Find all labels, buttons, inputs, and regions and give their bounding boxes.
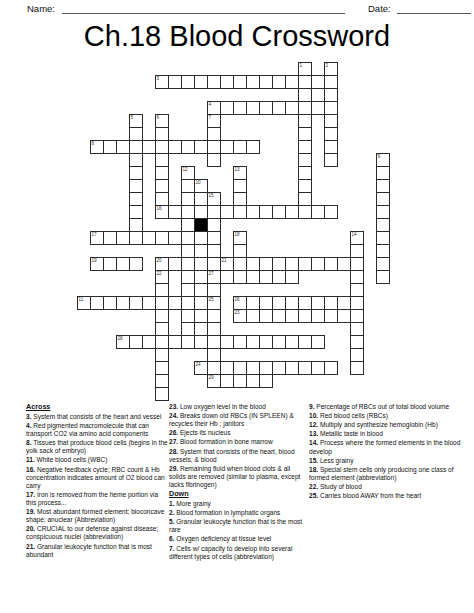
answer-cell[interactable] (311, 205, 325, 219)
answer-cell[interactable] (350, 335, 364, 349)
answer-cell[interactable] (298, 361, 312, 375)
answer-cell[interactable] (207, 75, 221, 89)
answer-cell[interactable] (194, 75, 208, 89)
answer-cell[interactable] (194, 192, 208, 206)
answer-cell[interactable] (155, 153, 169, 167)
clue-item: 1. More grainy (169, 500, 308, 508)
answer-cell[interactable] (194, 231, 208, 245)
answer-cell[interactable] (207, 140, 221, 154)
answer-cell[interactable] (246, 296, 260, 310)
answer-cell[interactable] (324, 153, 338, 167)
answer-cell[interactable] (181, 75, 195, 89)
answer-cell[interactable] (207, 257, 221, 271)
answer-cell[interactable] (129, 218, 143, 232)
answer-cell[interactable] (207, 205, 221, 219)
answer-cell[interactable] (155, 283, 169, 297)
answer-cell[interactable] (155, 296, 169, 310)
answer-cell[interactable] (324, 361, 338, 375)
answer-cell[interactable] (155, 127, 169, 141)
answer-cell[interactable] (129, 179, 143, 193)
answer-cell[interactable] (272, 361, 286, 375)
answer-cell[interactable] (142, 140, 156, 154)
answer-cell[interactable] (168, 75, 182, 89)
clue-item: 3. System that consists of the heart and… (26, 413, 169, 421)
answer-cell[interactable] (129, 335, 143, 349)
answer-cell[interactable] (168, 335, 182, 349)
answer-cell[interactable] (207, 283, 221, 297)
answer-cell[interactable] (194, 140, 208, 154)
clue-item: 4. Red pigmented macromolecule that can … (26, 422, 169, 438)
answer-cell[interactable] (194, 361, 208, 375)
answer-cell[interactable] (298, 309, 312, 323)
answer-cell[interactable] (181, 205, 195, 219)
answer-cell[interactable] (129, 257, 143, 271)
answer-cell[interactable] (207, 153, 221, 167)
answer-cell[interactable] (168, 296, 182, 310)
answer-cell[interactable] (155, 166, 169, 180)
answer-cell[interactable] (207, 374, 221, 388)
clue-item: 2. Blood formation in lymphatic organs (169, 509, 308, 517)
answer-cell[interactable] (350, 309, 364, 323)
answer-cell[interactable] (233, 231, 247, 245)
answer-cell[interactable] (207, 101, 221, 115)
answer-cell[interactable] (181, 322, 195, 336)
answer-cell[interactable] (194, 270, 208, 284)
answer-cell[interactable] (259, 101, 273, 115)
answer-cell[interactable] (376, 231, 390, 245)
answer-cell[interactable] (103, 257, 117, 271)
answer-cell[interactable] (376, 218, 390, 232)
clue-item: 24. Breaks down old RBCs (IN SPLEEN) & r… (169, 412, 308, 428)
answer-cell[interactable] (233, 140, 247, 154)
name-blank-line[interactable] (62, 3, 345, 14)
clue-item: 15. Less grainy (309, 457, 467, 465)
answer-cell[interactable] (233, 296, 247, 310)
answer-cell[interactable] (298, 62, 312, 76)
answer-cell[interactable] (207, 127, 221, 141)
answer-cell[interactable] (350, 270, 364, 284)
answer-cell[interactable] (142, 231, 156, 245)
answer-cell[interactable] (155, 205, 169, 219)
answer-cell[interactable] (142, 335, 156, 349)
page-title: Ch.18 Blood Crossword (0, 20, 474, 53)
answer-cell[interactable] (181, 283, 195, 297)
answer-cell[interactable] (246, 374, 260, 388)
answer-cell[interactable] (324, 140, 338, 154)
answer-cell[interactable] (233, 374, 247, 388)
clue-item: 13. Metallic taste in blood (309, 430, 467, 438)
answer-cell[interactable] (246, 270, 260, 284)
answer-cell[interactable] (259, 296, 273, 310)
clue-item: 7. Cells w/ capacity to develop into sev… (169, 545, 308, 561)
answer-cell[interactable] (129, 114, 143, 128)
clue-item: 23. Low oxygen level in the blood (169, 403, 308, 411)
answer-cell[interactable] (233, 257, 247, 271)
answer-cell[interactable] (194, 179, 208, 193)
answer-cell[interactable] (168, 231, 182, 245)
answer-cell[interactable] (207, 192, 221, 206)
answer-cell[interactable] (129, 231, 143, 245)
answer-cell[interactable] (298, 179, 312, 193)
answer-cell[interactable] (90, 257, 104, 271)
answer-cell[interactable] (350, 348, 364, 362)
answer-cell[interactable] (233, 361, 247, 375)
answer-cell[interactable] (155, 322, 169, 336)
answer-cell[interactable] (90, 140, 104, 154)
answer-cell[interactable] (298, 114, 312, 128)
answer-cell[interactable] (272, 205, 286, 219)
answer-cell[interactable] (129, 205, 143, 219)
answer-cell[interactable] (324, 309, 338, 323)
answer-cell[interactable] (220, 101, 234, 115)
answer-cell[interactable] (207, 296, 221, 310)
answer-cell[interactable] (246, 335, 260, 349)
answer-cell[interactable] (233, 309, 247, 323)
answer-cell[interactable] (324, 62, 338, 76)
answer-cell[interactable] (376, 179, 390, 193)
clue-item: 9. Percentage of RBCs out of total blood… (309, 403, 467, 411)
answer-cell[interactable] (155, 348, 169, 362)
black-cell (194, 218, 208, 232)
answer-cell[interactable] (168, 205, 182, 219)
answer-cell[interactable] (311, 335, 325, 349)
answer-cell[interactable] (155, 387, 169, 401)
answer-cell[interactable] (376, 257, 390, 271)
answer-cell[interactable] (233, 205, 247, 219)
answer-cell[interactable] (220, 335, 234, 349)
answer-cell[interactable] (272, 257, 286, 271)
answer-cell[interactable] (129, 296, 143, 310)
answer-cell[interactable] (155, 374, 169, 388)
answer-cell[interactable] (298, 296, 312, 310)
answer-cell[interactable] (233, 244, 247, 258)
answer-cell[interactable] (324, 296, 338, 310)
answer-cell[interactable] (207, 114, 221, 128)
answer-cell[interactable] (259, 270, 273, 284)
answer-cell[interactable] (207, 218, 221, 232)
answer-cell[interactable] (259, 374, 273, 388)
answer-cell[interactable] (168, 140, 182, 154)
answer-cell[interactable] (116, 296, 130, 310)
answer-cell[interactable] (285, 257, 299, 271)
clue-item: 21. Granular leukocyte function that is … (26, 543, 169, 559)
answer-cell[interactable] (324, 114, 338, 128)
answer-cell[interactable] (298, 75, 312, 89)
answer-cell[interactable] (181, 166, 195, 180)
answer-cell[interactable] (298, 101, 312, 115)
name-label: Name: (27, 3, 55, 14)
answer-cell[interactable] (324, 88, 338, 102)
answer-cell[interactable] (311, 361, 325, 375)
answer-cell[interactable] (181, 140, 195, 154)
answer-cell[interactable] (116, 231, 130, 245)
answer-cell[interactable] (233, 192, 247, 206)
clue-item: 25. Carries blood AWAY from the heart (309, 492, 467, 500)
answer-cell[interactable] (285, 75, 299, 89)
answer-cell[interactable] (376, 205, 390, 219)
answer-cell[interactable] (272, 75, 286, 89)
answer-cell[interactable] (350, 244, 364, 258)
answer-cell[interactable] (311, 296, 325, 310)
answer-cell[interactable] (194, 205, 208, 219)
answer-cell[interactable] (376, 166, 390, 180)
answer-cell[interactable] (155, 257, 169, 271)
answer-cell[interactable] (337, 309, 351, 323)
answer-cell[interactable] (129, 127, 143, 141)
answer-cell[interactable] (155, 192, 169, 206)
clue-item: 5. Granular leukocyte function that is t… (169, 518, 308, 534)
clue-item: 16. Negative feedback cycle; RBC count &… (26, 466, 169, 490)
clue-item: 14. Process where the formed elements in… (309, 439, 467, 455)
answer-cell[interactable] (324, 257, 338, 271)
answer-cell[interactable] (194, 322, 208, 336)
answer-cell[interactable] (233, 335, 247, 349)
answer-cell[interactable] (337, 296, 351, 310)
answer-cell[interactable] (298, 88, 312, 102)
answer-cell[interactable] (155, 270, 169, 284)
answer-cell[interactable] (298, 335, 312, 349)
answer-cell[interactable] (350, 257, 364, 271)
answer-cell[interactable] (155, 309, 169, 323)
across-header: Across (26, 403, 169, 412)
answer-cell[interactable] (90, 296, 104, 310)
answer-cell[interactable] (285, 101, 299, 115)
answer-cell[interactable] (116, 257, 130, 271)
answer-cell[interactable] (90, 231, 104, 245)
answer-cell[interactable] (246, 257, 260, 271)
clue-item: 28. System that consists of the heart, b… (169, 448, 308, 464)
answer-cell[interactable] (129, 153, 143, 167)
answer-cell[interactable] (181, 218, 195, 232)
answer-cell[interactable] (168, 257, 182, 271)
answer-cell[interactable] (324, 75, 338, 89)
answer-cell[interactable] (350, 283, 364, 297)
answer-cell[interactable] (207, 270, 221, 284)
answer-cell[interactable] (129, 166, 143, 180)
answer-cell[interactable] (207, 309, 221, 323)
answer-cell[interactable] (376, 153, 390, 167)
answer-cell[interactable] (311, 101, 325, 115)
answer-cell[interactable] (220, 374, 234, 388)
answer-cell[interactable] (194, 296, 208, 310)
answer-cell[interactable] (181, 179, 195, 193)
answer-cell[interactable] (181, 244, 195, 258)
answer-cell[interactable] (155, 140, 169, 154)
answer-cell[interactable] (298, 257, 312, 271)
answer-cell[interactable] (246, 309, 260, 323)
clue-item: 12. Multiply and synthesize hemoglobin (… (309, 421, 467, 429)
answer-cell[interactable] (350, 296, 364, 310)
answer-cell[interactable] (181, 296, 195, 310)
answer-cell[interactable] (220, 361, 234, 375)
clue-item: 27. Blood formation in bone marrow (169, 438, 308, 446)
worksheet-page: { "header": { "name_label": "Name:", "da… (0, 0, 474, 613)
answer-cell[interactable] (155, 231, 169, 245)
answer-cell[interactable] (207, 335, 221, 349)
answer-cell[interactable] (181, 257, 195, 271)
answer-cell[interactable] (350, 231, 364, 245)
clue-item: 6. Oxygen deficiency at tissue level (169, 535, 308, 543)
answer-cell[interactable] (194, 257, 208, 271)
answer-cell[interactable] (285, 205, 299, 219)
answer-cell[interactable] (194, 335, 208, 349)
answer-cell[interactable] (376, 192, 390, 206)
answer-cell[interactable] (207, 231, 221, 245)
answer-cell[interactable] (246, 101, 260, 115)
answer-cell[interactable] (181, 192, 195, 206)
answer-cell[interactable] (220, 140, 234, 154)
answer-cell[interactable] (285, 309, 299, 323)
answer-cell[interactable] (103, 140, 117, 154)
answer-cell[interactable] (350, 361, 364, 375)
clue-item: 29. Remaining fluid when blood clots & a… (169, 465, 308, 489)
answer-cell[interactable] (155, 179, 169, 193)
answer-cell[interactable] (142, 296, 156, 310)
clue-item: 20. CRUCIAL to our defense against disea… (26, 525, 169, 541)
answer-cell[interactable] (181, 335, 195, 349)
answer-cell[interactable] (298, 140, 312, 154)
answer-cell[interactable] (207, 361, 221, 375)
answer-cell[interactable] (103, 296, 117, 310)
answer-cell[interactable] (376, 244, 390, 258)
answer-cell[interactable] (181, 270, 195, 284)
answer-cell[interactable] (298, 153, 312, 167)
date-label: Date: (368, 3, 391, 14)
answer-cell[interactable] (181, 231, 195, 245)
answer-cell[interactable] (337, 257, 351, 271)
answer-cell[interactable] (376, 270, 390, 284)
clue-item: 11. White blood cells (WBC) (26, 456, 169, 464)
clue-item: 8. Tissues that produce blood cells (beg… (26, 439, 169, 455)
answer-cell[interactable] (298, 127, 312, 141)
clue-item: 19. Most abundant formed element; biocon… (26, 508, 169, 524)
answer-cell[interactable] (233, 179, 247, 193)
answer-cell[interactable] (324, 205, 338, 219)
answer-cell[interactable] (259, 75, 273, 89)
clue-item: 26. Ejects its nucleus (169, 429, 308, 437)
answer-cell[interactable] (207, 348, 221, 362)
answer-cell[interactable] (220, 75, 234, 89)
date-blank-line[interactable] (397, 3, 471, 14)
answer-cell[interactable] (207, 322, 221, 336)
answer-cell[interactable] (194, 244, 208, 258)
answer-cell[interactable] (129, 192, 143, 206)
clues-column-across: Across3. System that consists of the hea… (26, 403, 169, 560)
clue-item: 10. Red blood cells (RBCs) (309, 412, 467, 420)
clues-column-middle: 23. Low oxygen level in the blood24. Bre… (169, 403, 308, 562)
answer-cell[interactable] (155, 75, 169, 89)
answer-cell[interactable] (233, 101, 247, 115)
answer-cell[interactable] (311, 75, 325, 89)
answer-cell[interactable] (350, 322, 364, 336)
answer-cell[interactable] (272, 335, 286, 349)
answer-cell[interactable] (233, 75, 247, 89)
answer-cell[interactable] (155, 361, 169, 375)
answer-cell[interactable] (220, 205, 234, 219)
answer-cell[interactable] (246, 140, 260, 154)
clue-item: 17. Iron is removed from the heme portio… (26, 491, 169, 507)
down-header: Down (169, 490, 308, 499)
answer-cell[interactable] (259, 309, 273, 323)
answer-cell[interactable] (259, 205, 273, 219)
answer-cell[interactable] (272, 101, 286, 115)
answer-cell[interactable] (272, 296, 286, 310)
answer-cell[interactable] (103, 231, 117, 245)
clues-column-down: 9. Percentage of RBCs out of total blood… (309, 403, 467, 501)
answer-cell[interactable] (324, 101, 338, 115)
answer-cell[interactable] (116, 140, 130, 154)
answer-cell[interactable] (220, 270, 234, 284)
answer-cell[interactable] (285, 335, 299, 349)
crossword-grid[interactable]: 1234567891011121314151617181920212223242… (77, 62, 417, 402)
answer-cell[interactable] (233, 270, 247, 284)
answer-cell[interactable] (233, 166, 247, 180)
answer-cell[interactable] (194, 283, 208, 297)
answer-cell[interactable] (298, 192, 312, 206)
answer-cell[interactable] (246, 361, 260, 375)
answer-cell[interactable] (155, 335, 169, 349)
answer-cell[interactable] (285, 270, 299, 284)
answer-cell[interactable] (272, 309, 286, 323)
answer-cell[interactable] (129, 140, 143, 154)
answer-cell[interactable] (181, 309, 195, 323)
answer-cell[interactable] (155, 114, 169, 128)
answer-cell[interactable] (207, 244, 221, 258)
answer-cell[interactable] (77, 296, 91, 310)
answer-cell[interactable] (246, 205, 260, 219)
answer-cell[interactable] (259, 257, 273, 271)
answer-cell[interactable] (285, 296, 299, 310)
answer-cell[interactable] (259, 361, 273, 375)
answer-cell[interactable] (194, 309, 208, 323)
answer-cell[interactable] (311, 309, 325, 323)
answer-cell[interactable] (220, 257, 234, 271)
answer-cell[interactable] (324, 127, 338, 141)
answer-cell[interactable] (116, 335, 130, 349)
clue-item: 22. Study of blood (309, 483, 467, 491)
answer-cell[interactable] (272, 270, 286, 284)
answer-cell[interactable] (311, 257, 325, 271)
answer-cell[interactable] (298, 205, 312, 219)
answer-cell[interactable] (259, 335, 273, 349)
answer-cell[interactable] (285, 361, 299, 375)
clue-item: 18. Special stem cells only producing on… (309, 466, 467, 482)
answer-cell[interactable] (298, 166, 312, 180)
answer-cell[interactable] (246, 75, 260, 89)
